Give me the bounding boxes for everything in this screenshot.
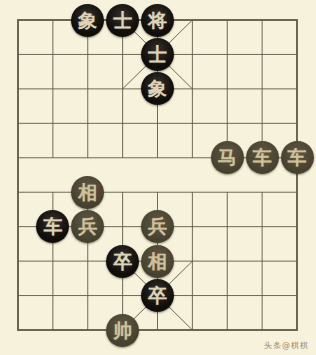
xiangqi-screenshot: 象士将士象马车车相车兵兵卒相卒帅 头条@棋棋 <box>0 0 316 355</box>
piece-red-chariot-a[interactable]: 车 <box>246 141 279 174</box>
piece-red-elephant-b[interactable]: 相 <box>141 245 174 278</box>
piece-red-chariot-b[interactable]: 车 <box>281 141 314 174</box>
piece-red-soldier-b[interactable]: 兵 <box>141 210 174 243</box>
piece-black-soldier-a[interactable]: 卒 <box>106 245 139 278</box>
board[interactable]: 象士将士象马车车相车兵兵卒相卒帅 <box>0 0 316 355</box>
piece-black-advisor-b[interactable]: 士 <box>141 38 174 71</box>
piece-black-elephant-a[interactable]: 象 <box>71 4 104 37</box>
piece-black-general[interactable]: 将 <box>141 4 174 37</box>
piece-red-horse[interactable]: 马 <box>211 141 244 174</box>
piece-red-elephant-a[interactable]: 相 <box>71 176 104 209</box>
piece-black-advisor-a[interactable]: 士 <box>106 4 139 37</box>
piece-black-soldier-b[interactable]: 卒 <box>141 279 174 312</box>
piece-red-general[interactable]: 帅 <box>106 314 139 347</box>
watermark: 头条@棋棋 <box>264 340 309 351</box>
